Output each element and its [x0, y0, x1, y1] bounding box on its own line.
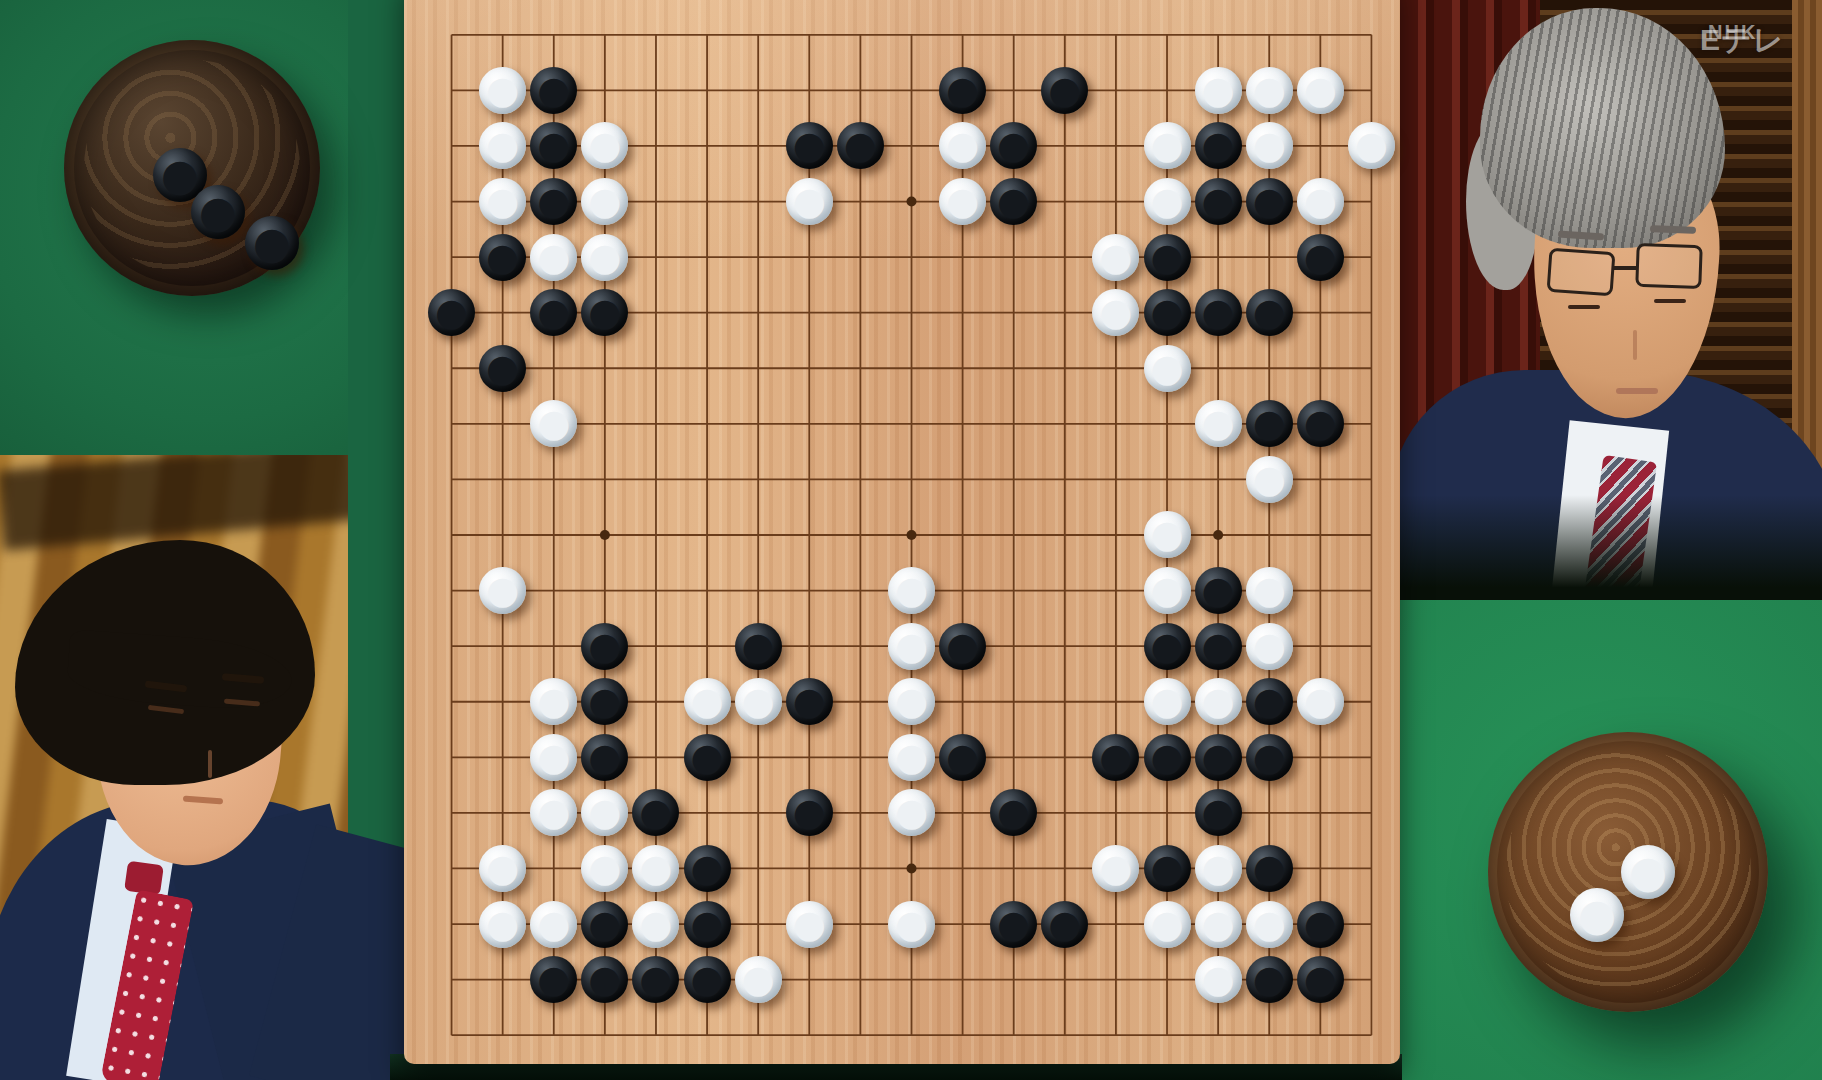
- board-point-c10-r9: [886, 452, 937, 508]
- go-stone-white: ●: [1348, 122, 1395, 169]
- board-point-c16-r9: [1193, 452, 1244, 508]
- board-point-c17-r2: ●: [1244, 63, 1295, 119]
- go-stone-black: ●: [581, 623, 628, 670]
- go-stone-black: ●: [581, 901, 628, 948]
- go-stone-white: ●: [1092, 289, 1139, 336]
- board-point-c14-r14: ●: [1090, 730, 1141, 786]
- board-point-c2-r18: [477, 952, 528, 1008]
- go-stone-white: ●: [1195, 956, 1242, 1003]
- board-point-c12-r1: [988, 7, 1039, 63]
- go-stone-black: ●: [1144, 234, 1191, 281]
- board-point-c10-r3: [886, 118, 937, 174]
- board-point-c18-r9: [1295, 452, 1346, 508]
- go-stone-white: ●: [1195, 67, 1242, 114]
- white-stone-bowl: [1488, 732, 1768, 1012]
- board-point-c7-r19: [733, 1007, 784, 1063]
- board-point-c16-r15: ●: [1193, 785, 1244, 841]
- photo-right-bottom-fade: [1400, 495, 1822, 600]
- board-point-c4-r13: ●: [579, 674, 630, 730]
- go-stone-white: ●: [1144, 678, 1191, 725]
- board-point-c18-r11: [1295, 563, 1346, 619]
- board-point-c14-r9: [1090, 452, 1141, 508]
- board-point-c14-r15: [1090, 785, 1141, 841]
- board-point-c8-r5: [784, 229, 835, 285]
- go-stone-white: ●: [581, 178, 628, 225]
- board-point-c10-r6: [886, 285, 937, 341]
- board-point-c15-r19: [1141, 1007, 1192, 1063]
- board-point-c7-r2: [733, 63, 784, 119]
- board-point-c6-r3: [682, 118, 733, 174]
- go-stone-white: ●: [735, 956, 782, 1003]
- go-stone-black: ●: [684, 956, 731, 1003]
- board-point-c8-r10: [784, 507, 835, 563]
- go-stone-black: ●: [990, 901, 1037, 948]
- board-point-c2-r8: [477, 396, 528, 452]
- go-stone-black: ●: [1246, 678, 1293, 725]
- board-point-c17-r8: ●: [1244, 396, 1295, 452]
- board-point-c1-r19: [426, 1007, 477, 1063]
- go-stone-white: ●: [1144, 122, 1191, 169]
- board-point-c16-r12: ●: [1193, 618, 1244, 674]
- board-point-c1-r1: [426, 7, 477, 63]
- board-point-c7-r5: [733, 229, 784, 285]
- board-point-c15-r3: ●: [1141, 118, 1192, 174]
- board-point-c11-r1: [937, 7, 988, 63]
- board-point-c17-r18: ●: [1244, 952, 1295, 1008]
- board-point-c11-r15: [937, 785, 988, 841]
- board-point-c4-r11: [579, 563, 630, 619]
- go-stone-white: ●: [735, 678, 782, 725]
- go-stone-white: ●: [1195, 845, 1242, 892]
- board-point-c12-r13: [988, 674, 1039, 730]
- board-point-c13-r16: [1039, 841, 1090, 897]
- board-point-c15-r17: ●: [1141, 896, 1192, 952]
- go-stone-white: ●: [1144, 178, 1191, 225]
- go-stone-black: ●: [581, 289, 628, 336]
- board-point-c11-r6: [937, 285, 988, 341]
- board-point-c17-r14: ●: [1244, 730, 1295, 786]
- board-point-c3-r14: ●: [528, 730, 579, 786]
- board-point-c19-r8: [1346, 396, 1397, 452]
- board-point-c10-r16: [886, 841, 937, 897]
- board-point-c1-r16: [426, 841, 477, 897]
- board-point-c16-r7: [1193, 340, 1244, 396]
- board-point-c2-r11: ●: [477, 563, 528, 619]
- board-point-c16-r19: [1193, 1007, 1244, 1063]
- board-point-c12-r7: [988, 340, 1039, 396]
- go-stone-black: ●: [632, 789, 679, 836]
- board-point-c12-r18: [988, 952, 1039, 1008]
- board-point-c2-r5: ●: [477, 229, 528, 285]
- go-stone-white: ●: [1297, 67, 1344, 114]
- board-point-c12-r3: ●: [988, 118, 1039, 174]
- board-point-c2-r6: [477, 285, 528, 341]
- board-point-c9-r1: [835, 7, 886, 63]
- board-point-c10-r4: [886, 174, 937, 230]
- go-stone-black: ●: [479, 345, 526, 392]
- board-point-c18-r1: [1295, 7, 1346, 63]
- board-point-c13-r8: [1039, 396, 1090, 452]
- player-right-eye: [1654, 299, 1686, 303]
- board-point-c13-r15: [1039, 785, 1090, 841]
- board-point-c17-r13: ●: [1244, 674, 1295, 730]
- board-point-c19-r12: [1346, 618, 1397, 674]
- go-stone-black: ●: [837, 122, 884, 169]
- go-stone-white: ●: [684, 678, 731, 725]
- board-point-c8-r15: ●: [784, 785, 835, 841]
- go-stone-black: ●: [1092, 734, 1139, 781]
- go-stone-black: ●: [939, 734, 986, 781]
- board-point-c10-r7: [886, 340, 937, 396]
- board-point-c3-r13: ●: [528, 674, 579, 730]
- player-right-eye: [1568, 305, 1600, 309]
- board-point-c13-r11: [1039, 563, 1090, 619]
- board-point-c12-r10: [988, 507, 1039, 563]
- board-point-c18-r15: [1295, 785, 1346, 841]
- board-point-c18-r5: ●: [1295, 229, 1346, 285]
- board-point-c16-r10: [1193, 507, 1244, 563]
- board-point-c9-r4: [835, 174, 886, 230]
- board-point-c19-r9: [1346, 452, 1397, 508]
- board-point-c6-r5: [682, 229, 733, 285]
- board-point-c11-r13: [937, 674, 988, 730]
- board-point-c11-r8: [937, 396, 988, 452]
- board-point-c15-r15: [1141, 785, 1192, 841]
- board-point-c5-r9: [630, 452, 681, 508]
- board-point-c19-r10: [1346, 507, 1397, 563]
- go-stone-black: ●: [581, 734, 628, 781]
- board-point-c4-r1: [579, 7, 630, 63]
- board-point-c13-r5: [1039, 229, 1090, 285]
- go-stone-white: ●: [939, 122, 986, 169]
- go-stone-white: ●: [1144, 567, 1191, 614]
- board-point-c7-r1: [733, 7, 784, 63]
- board-point-c17-r11: ●: [1244, 563, 1295, 619]
- board-point-c15-r9: [1141, 452, 1192, 508]
- go-stone-white: ●: [1195, 901, 1242, 948]
- board-point-c3-r15: ●: [528, 785, 579, 841]
- board-point-c18-r19: [1295, 1007, 1346, 1063]
- board-point-c15-r8: [1141, 396, 1192, 452]
- board-point-c12-r5: [988, 229, 1039, 285]
- board-point-c5-r4: [630, 174, 681, 230]
- board-point-c15-r5: ●: [1141, 229, 1192, 285]
- board-point-c16-r11: ●: [1193, 563, 1244, 619]
- go-stone-white: ●: [1297, 678, 1344, 725]
- board-point-c19-r1: [1346, 7, 1397, 63]
- board-point-c17-r16: ●: [1244, 841, 1295, 897]
- board-point-c9-r7: [835, 340, 886, 396]
- nhk-etele-logo: NHK Eテレ: [1700, 22, 1820, 92]
- go-stone-black: ●: [1195, 789, 1242, 836]
- board-point-c8-r6: [784, 285, 835, 341]
- board-point-c4-r14: ●: [579, 730, 630, 786]
- board-point-c8-r17: ●: [784, 896, 835, 952]
- go-stone-white: ●: [530, 234, 577, 281]
- board-point-c5-r19: [630, 1007, 681, 1063]
- board-point-c16-r2: ●: [1193, 63, 1244, 119]
- board-point-c14-r7: [1090, 340, 1141, 396]
- go-stone-black: ●: [1246, 178, 1293, 225]
- board-point-c13-r19: [1039, 1007, 1090, 1063]
- go-stone-black: ●: [530, 67, 577, 114]
- board-point-c14-r4: [1090, 174, 1141, 230]
- go-stone-white: ●: [888, 623, 935, 670]
- board-point-c16-r5: [1193, 229, 1244, 285]
- board-point-c18-r14: [1295, 730, 1346, 786]
- board-point-c3-r10: [528, 507, 579, 563]
- board-point-c18-r13: ●: [1295, 674, 1346, 730]
- board-point-c2-r19: [477, 1007, 528, 1063]
- board-point-c12-r14: [988, 730, 1039, 786]
- board-point-c14-r11: [1090, 563, 1141, 619]
- board-point-c4-r7: [579, 340, 630, 396]
- board-point-c19-r3: ●: [1346, 118, 1397, 174]
- board-point-c19-r4: [1346, 174, 1397, 230]
- board-point-c7-r15: [733, 785, 784, 841]
- go-stone-white: ●: [1092, 845, 1139, 892]
- board-point-c3-r8: ●: [528, 396, 579, 452]
- go-stone-white: ●: [479, 845, 526, 892]
- board-point-c4-r19: [579, 1007, 630, 1063]
- board-point-c7-r3: [733, 118, 784, 174]
- board-point-c18-r17: ●: [1295, 896, 1346, 952]
- board-point-c1-r9: [426, 452, 477, 508]
- go-stone-white: ●: [888, 789, 935, 836]
- board-point-c7-r11: [733, 563, 784, 619]
- go-stone-white: ●: [888, 567, 935, 614]
- board-point-c4-r12: ●: [579, 618, 630, 674]
- board-point-c8-r9: [784, 452, 835, 508]
- board-point-c18-r12: [1295, 618, 1346, 674]
- board-point-c3-r11: [528, 563, 579, 619]
- board-point-c17-r12: ●: [1244, 618, 1295, 674]
- board-point-c2-r13: [477, 674, 528, 730]
- board-point-c8-r1: [784, 7, 835, 63]
- go-stone-black: ●: [684, 734, 731, 781]
- board-point-c10-r8: [886, 396, 937, 452]
- board-point-c3-r16: [528, 841, 579, 897]
- board-point-c7-r8: [733, 396, 784, 452]
- board-point-c1-r11: [426, 563, 477, 619]
- board-point-c4-r5: ●: [579, 229, 630, 285]
- board-point-c2-r2: ●: [477, 63, 528, 119]
- board-point-c8-r11: [784, 563, 835, 619]
- board-point-c19-r6: [1346, 285, 1397, 341]
- board-point-c10-r18: [886, 952, 937, 1008]
- board-point-c6-r6: [682, 285, 733, 341]
- board-point-c13-r10: [1039, 507, 1090, 563]
- board-point-c9-r9: [835, 452, 886, 508]
- board-point-c1-r15: [426, 785, 477, 841]
- board-point-c12-r6: [988, 285, 1039, 341]
- go-stone-white: ●: [888, 678, 935, 725]
- board-point-c18-r6: [1295, 285, 1346, 341]
- board-point-c11-r17: [937, 896, 988, 952]
- player-right-mouth: [1616, 388, 1658, 394]
- board-point-c4-r3: ●: [579, 118, 630, 174]
- go-stone-black: ●: [1246, 956, 1293, 1003]
- board-point-c17-r5: [1244, 229, 1295, 285]
- go-stone-white: ●: [1144, 901, 1191, 948]
- go-stone-white: ●: [479, 901, 526, 948]
- board-point-c15-r1: [1141, 7, 1192, 63]
- board-point-c18-r4: ●: [1295, 174, 1346, 230]
- board-point-c12-r11: [988, 563, 1039, 619]
- board-point-c9-r17: [835, 896, 886, 952]
- board-point-c16-r18: ●: [1193, 952, 1244, 1008]
- go-stone-black: ●: [990, 789, 1037, 836]
- board-point-c5-r2: [630, 63, 681, 119]
- go-stone-white: ●: [581, 789, 628, 836]
- board-point-c15-r4: ●: [1141, 174, 1192, 230]
- go-stone-white: ●: [479, 178, 526, 225]
- go-stone-white: ●: [939, 178, 986, 225]
- board-point-c4-r2: [579, 63, 630, 119]
- board-point-c9-r3: ●: [835, 118, 886, 174]
- board-point-c9-r11: [835, 563, 886, 619]
- board-point-c11-r7: [937, 340, 988, 396]
- go-stone-white: ●: [479, 67, 526, 114]
- board-point-c3-r5: ●: [528, 229, 579, 285]
- board-point-c16-r16: ●: [1193, 841, 1244, 897]
- board-point-c5-r1: [630, 7, 681, 63]
- board-point-c19-r16: [1346, 841, 1397, 897]
- go-stone-black: ●: [1246, 734, 1293, 781]
- board-point-c5-r16: ●: [630, 841, 681, 897]
- broadcast-frame: ●●●●●●●●●●●●●●●●●●●●●●●●●●●●●●●●●●●●●●●●…: [0, 0, 1822, 1080]
- go-stone-white: ●: [632, 845, 679, 892]
- go-stone-white: ●: [1246, 567, 1293, 614]
- board-point-c5-r7: [630, 340, 681, 396]
- board-point-c17-r19: [1244, 1007, 1295, 1063]
- board-point-c8-r7: [784, 340, 835, 396]
- board-point-c11-r2: ●: [937, 63, 988, 119]
- board-point-c14-r3: [1090, 118, 1141, 174]
- board-point-c5-r15: ●: [630, 785, 681, 841]
- board-point-c9-r16: [835, 841, 886, 897]
- board-point-c3-r2: ●: [528, 63, 579, 119]
- board-point-c7-r10: [733, 507, 784, 563]
- board-point-c19-r11: [1346, 563, 1397, 619]
- board-point-c12-r2: [988, 63, 1039, 119]
- go-stone-black: ●: [1144, 845, 1191, 892]
- board-point-c14-r6: ●: [1090, 285, 1141, 341]
- board-point-c13-r14: [1039, 730, 1090, 786]
- board-point-c9-r13: [835, 674, 886, 730]
- go-stone-white: ●: [1144, 511, 1191, 558]
- board-point-c19-r2: [1346, 63, 1397, 119]
- go-stone-white: ●: [581, 845, 628, 892]
- go-stone-black: ●: [1144, 623, 1191, 670]
- board-point-c7-r12: ●: [733, 618, 784, 674]
- go-stone-black: ●: [1246, 289, 1293, 336]
- board-point-c10-r5: [886, 229, 937, 285]
- go-stone-white: ●: [632, 901, 679, 948]
- go-stone-black: ●: [1195, 734, 1242, 781]
- board-point-c5-r3: [630, 118, 681, 174]
- go-stone-black: ●: [1195, 623, 1242, 670]
- board-point-c1-r10: [426, 507, 477, 563]
- player-right-glasses-bridge: [1614, 266, 1638, 270]
- go-stone-black: ●: [1297, 400, 1344, 447]
- board-point-c16-r3: ●: [1193, 118, 1244, 174]
- go-stone-black: ●: [1297, 901, 1344, 948]
- board-point-c7-r4: [733, 174, 784, 230]
- board-point-c1-r14: [426, 730, 477, 786]
- board-point-c15-r7: ●: [1141, 340, 1192, 396]
- player-right-glasses-left-lens: [1547, 248, 1616, 296]
- go-stone-black: ●: [1195, 567, 1242, 614]
- board-point-c5-r8: [630, 396, 681, 452]
- go-stone-white: ●: [1195, 678, 1242, 725]
- board-point-c14-r8: [1090, 396, 1141, 452]
- go-stone-white: ●: [1246, 623, 1293, 670]
- go-stone-black: ●: [786, 678, 833, 725]
- go-stone-black: ●: [1297, 956, 1344, 1003]
- board-point-c8-r8: [784, 396, 835, 452]
- go-stone-black: ●: [530, 122, 577, 169]
- go-stone-black: ●: [428, 289, 475, 336]
- board-point-c6-r9: [682, 452, 733, 508]
- board-point-c18-r18: ●: [1295, 952, 1346, 1008]
- board-point-c15-r6: ●: [1141, 285, 1192, 341]
- board-point-c5-r18: ●: [630, 952, 681, 1008]
- go-stone-white: ●: [530, 400, 577, 447]
- go-stone-white: ●: [1144, 345, 1191, 392]
- board-point-c8-r18: [784, 952, 835, 1008]
- go-stone-black: ●: [684, 845, 731, 892]
- board-point-c1-r2: [426, 63, 477, 119]
- go-stone-black: ●: [1195, 178, 1242, 225]
- board-point-c2-r1: [477, 7, 528, 63]
- board-point-c11-r4: ●: [937, 174, 988, 230]
- board-point-c11-r11: [937, 563, 988, 619]
- go-stone-black: ●: [581, 956, 628, 1003]
- board-point-c6-r17: ●: [682, 896, 733, 952]
- board-point-c2-r15: [477, 785, 528, 841]
- board-point-c4-r10: [579, 507, 630, 563]
- board-point-c2-r7: ●: [477, 340, 528, 396]
- go-stone-white: ●: [1246, 122, 1293, 169]
- board-point-c10-r1: [886, 7, 937, 63]
- board-point-c9-r19: [835, 1007, 886, 1063]
- board-point-c4-r15: ●: [579, 785, 630, 841]
- go-stone-black: ●: [1246, 400, 1293, 447]
- board-point-c18-r3: [1295, 118, 1346, 174]
- board-point-c4-r9: [579, 452, 630, 508]
- board-point-c9-r8: [835, 396, 886, 452]
- board-point-c8-r13: ●: [784, 674, 835, 730]
- board-point-c1-r5: [426, 229, 477, 285]
- board-point-c16-r8: ●: [1193, 396, 1244, 452]
- board-point-c9-r18: [835, 952, 886, 1008]
- go-stone-white: ●: [581, 122, 628, 169]
- board-point-c19-r14: [1346, 730, 1397, 786]
- board-point-c14-r10: [1090, 507, 1141, 563]
- go-stone-white: ●: [786, 178, 833, 225]
- board-point-c6-r10: [682, 507, 733, 563]
- board-point-c13-r7: [1039, 340, 1090, 396]
- board-point-c11-r10: [937, 507, 988, 563]
- board-point-c1-r8: [426, 396, 477, 452]
- board-point-c6-r11: [682, 563, 733, 619]
- go-stone-black: ●: [581, 678, 628, 725]
- board-point-c17-r4: ●: [1244, 174, 1295, 230]
- board-point-c16-r14: ●: [1193, 730, 1244, 786]
- board-point-c13-r17: ●: [1039, 896, 1090, 952]
- board-point-c1-r13: [426, 674, 477, 730]
